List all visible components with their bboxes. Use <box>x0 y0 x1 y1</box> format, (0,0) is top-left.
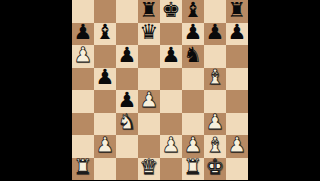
piece-white-rook: ♜ <box>184 157 203 178</box>
piece-black-knight: ♞ <box>184 45 203 66</box>
piece-white-pawn: ♟ <box>206 112 225 133</box>
square-a6[interactable]: ♟ <box>72 45 94 68</box>
piece-black-king: ♚ <box>162 0 181 21</box>
square-c6[interactable]: ♟ <box>116 45 138 68</box>
piece-white-pawn: ♟ <box>162 135 181 156</box>
square-d6[interactable] <box>138 45 160 68</box>
square-g2[interactable]: ♝ <box>204 135 226 158</box>
square-b8[interactable] <box>94 0 116 23</box>
square-c5[interactable] <box>116 68 138 91</box>
square-e3[interactable] <box>160 113 182 136</box>
square-f6[interactable]: ♞ <box>182 45 204 68</box>
square-c4[interactable]: ♟ <box>116 90 138 113</box>
square-g5[interactable]: ♝ <box>204 68 226 91</box>
piece-black-rook: ♜ <box>228 0 247 21</box>
square-f3[interactable] <box>182 113 204 136</box>
piece-black-queen: ♛ <box>140 22 159 43</box>
square-b5[interactable]: ♟ <box>94 68 116 91</box>
piece-white-queen: ♛ <box>140 157 159 178</box>
chess-board: ♜♚♝♜♟♝♛♟♟♟♟♟♟♞♟♝♟♟♞♟♟♟♟♝♟♜♛♜♚ <box>72 0 248 180</box>
square-a7[interactable]: ♟ <box>72 23 94 46</box>
square-h1[interactable] <box>226 158 248 181</box>
square-c7[interactable] <box>116 23 138 46</box>
piece-black-pawn: ♟ <box>96 67 115 88</box>
square-a4[interactable] <box>72 90 94 113</box>
square-b1[interactable] <box>94 158 116 181</box>
piece-black-bishop: ♝ <box>96 22 115 43</box>
piece-black-pawn: ♟ <box>184 22 203 43</box>
square-a8[interactable] <box>72 0 94 23</box>
piece-black-bishop: ♝ <box>184 0 203 21</box>
square-g3[interactable]: ♟ <box>204 113 226 136</box>
square-e8[interactable]: ♚ <box>160 0 182 23</box>
square-a5[interactable] <box>72 68 94 91</box>
square-f7[interactable]: ♟ <box>182 23 204 46</box>
piece-white-knight: ♞ <box>118 112 137 133</box>
piece-white-pawn: ♟ <box>74 45 93 66</box>
letterbox-left <box>0 0 72 180</box>
piece-white-bishop: ♝ <box>206 67 225 88</box>
piece-black-pawn: ♟ <box>74 22 93 43</box>
piece-white-pawn: ♟ <box>96 135 115 156</box>
square-h5[interactable] <box>226 68 248 91</box>
square-d4[interactable]: ♟ <box>138 90 160 113</box>
square-a1[interactable]: ♜ <box>72 158 94 181</box>
square-h7[interactable]: ♟ <box>226 23 248 46</box>
piece-white-rook: ♜ <box>74 157 93 178</box>
piece-black-pawn: ♟ <box>162 45 181 66</box>
square-f1[interactable]: ♜ <box>182 158 204 181</box>
square-e5[interactable] <box>160 68 182 91</box>
piece-white-king: ♚ <box>206 157 225 178</box>
square-h4[interactable] <box>226 90 248 113</box>
square-c3[interactable]: ♞ <box>116 113 138 136</box>
square-b4[interactable] <box>94 90 116 113</box>
square-d2[interactable] <box>138 135 160 158</box>
square-f5[interactable] <box>182 68 204 91</box>
square-g8[interactable] <box>204 0 226 23</box>
square-h6[interactable] <box>226 45 248 68</box>
piece-black-pawn: ♟ <box>118 90 137 111</box>
piece-white-bishop: ♝ <box>206 135 225 156</box>
square-h2[interactable]: ♟ <box>226 135 248 158</box>
square-e4[interactable] <box>160 90 182 113</box>
square-a3[interactable] <box>72 113 94 136</box>
square-c1[interactable] <box>116 158 138 181</box>
piece-white-pawn: ♟ <box>184 135 203 156</box>
square-b3[interactable] <box>94 113 116 136</box>
square-d1[interactable]: ♛ <box>138 158 160 181</box>
square-b6[interactable] <box>94 45 116 68</box>
square-e1[interactable] <box>160 158 182 181</box>
piece-black-pawn: ♟ <box>228 22 247 43</box>
square-d3[interactable] <box>138 113 160 136</box>
square-g1[interactable]: ♚ <box>204 158 226 181</box>
piece-white-pawn: ♟ <box>228 135 247 156</box>
square-c2[interactable] <box>116 135 138 158</box>
square-c8[interactable] <box>116 0 138 23</box>
square-f2[interactable]: ♟ <box>182 135 204 158</box>
letterbox-right <box>248 0 320 180</box>
square-g4[interactable] <box>204 90 226 113</box>
square-d8[interactable]: ♜ <box>138 0 160 23</box>
square-d7[interactable]: ♛ <box>138 23 160 46</box>
piece-black-pawn: ♟ <box>206 22 225 43</box>
square-g7[interactable]: ♟ <box>204 23 226 46</box>
square-e6[interactable]: ♟ <box>160 45 182 68</box>
square-h8[interactable]: ♜ <box>226 0 248 23</box>
square-a2[interactable] <box>72 135 94 158</box>
square-b7[interactable]: ♝ <box>94 23 116 46</box>
piece-black-pawn: ♟ <box>118 45 137 66</box>
piece-white-pawn: ♟ <box>140 90 159 111</box>
square-b2[interactable]: ♟ <box>94 135 116 158</box>
square-e2[interactable]: ♟ <box>160 135 182 158</box>
square-h3[interactable] <box>226 113 248 136</box>
square-d5[interactable] <box>138 68 160 91</box>
square-g6[interactable] <box>204 45 226 68</box>
square-f4[interactable] <box>182 90 204 113</box>
video-frame: ♜♚♝♜♟♝♛♟♟♟♟♟♟♞♟♝♟♟♞♟♟♟♟♝♟♜♛♜♚ <box>0 0 320 180</box>
piece-black-rook: ♜ <box>140 0 159 21</box>
square-e7[interactable] <box>160 23 182 46</box>
square-f8[interactable]: ♝ <box>182 0 204 23</box>
